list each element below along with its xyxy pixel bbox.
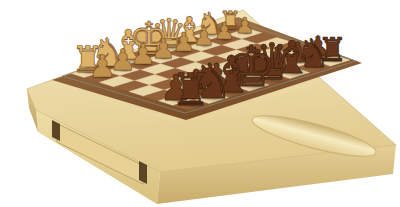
drawer-slot-right[interactable] [139,161,147,184]
piece-black-rook-h8[interactable]: ♜ [171,67,210,111]
piece-white-pawn-h2[interactable]: ♟ [88,51,116,82]
chess-set-photo: ♜♟♞♟♝♟♛♟♚♟♟♝♜♟♟♞♞♟♟♜♝♟♟♛♟♚♟♝♟♞♟♜ [0,0,400,207]
